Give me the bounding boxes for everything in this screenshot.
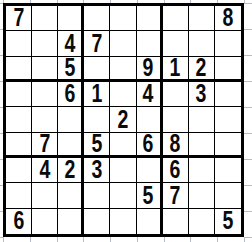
gridline-tick — [164, 0, 165, 3]
cell-r8c1[interactable] — [6, 183, 32, 208]
cell-digit: 4 — [39, 158, 50, 183]
cell-r1c8[interactable] — [189, 6, 215, 31]
cell-digit: 5 — [91, 133, 102, 157]
gridline-tick — [244, 185, 252, 186]
gridline-tick — [0, 185, 3, 186]
gridline-tick — [83, 237, 84, 242]
cell-r8c4[interactable] — [84, 183, 110, 208]
cell-digit: 9 — [143, 57, 154, 81]
cell-r2c8[interactable] — [189, 31, 215, 56]
cell-r9c1[interactable]: 6 — [6, 209, 32, 234]
cell-r3c7[interactable]: 1 — [163, 57, 189, 82]
cell-r6c2[interactable]: 7 — [32, 133, 58, 158]
gridline-tick — [0, 159, 3, 160]
cell-r4c5[interactable] — [110, 82, 136, 107]
cell-r7c3[interactable]: 2 — [58, 158, 84, 183]
cell-digit: 8 — [170, 133, 181, 157]
cell-digit: 1 — [91, 82, 102, 107]
cell-r7c9[interactable] — [215, 158, 241, 183]
cell-r3c9[interactable] — [215, 57, 241, 82]
gridline-tick — [0, 107, 3, 108]
cell-r6c7[interactable]: 8 — [163, 133, 189, 158]
gridline-tick — [244, 3, 252, 4]
cell-r1c7[interactable] — [163, 6, 189, 31]
cell-r4c1[interactable] — [6, 82, 32, 107]
gridline-tick — [83, 0, 84, 3]
cell-r5c8[interactable] — [189, 107, 215, 132]
cell-digit: 5 — [222, 209, 233, 234]
cell-r6c1[interactable] — [6, 133, 32, 158]
cell-digit: 2 — [118, 107, 129, 132]
cell-r9c2[interactable] — [32, 209, 58, 234]
gridline-tick — [217, 0, 218, 3]
gridline-tick — [0, 81, 3, 82]
cell-r5c3[interactable] — [58, 107, 84, 132]
gridline-tick — [0, 29, 3, 30]
cell-r3c4[interactable] — [84, 57, 110, 82]
cell-r3c1[interactable] — [6, 57, 32, 82]
gridline-tick — [0, 55, 3, 56]
gridline-tick — [244, 159, 252, 160]
gridline-tick — [30, 237, 31, 242]
cell-r6c3[interactable] — [58, 133, 84, 158]
cell-r6c5[interactable] — [110, 133, 136, 158]
cell-r8c2[interactable] — [32, 183, 58, 208]
gridline-tick — [244, 81, 252, 82]
gridline-tick — [244, 211, 252, 212]
cell-r7c6[interactable] — [137, 158, 163, 183]
gridline-tick — [0, 211, 3, 212]
gridline-tick — [244, 29, 252, 30]
gridline-tick — [57, 237, 58, 242]
cell-digit: 7 — [13, 6, 24, 31]
cell-r5c7[interactable] — [163, 107, 189, 132]
cell-digit: 4 — [143, 82, 154, 107]
gridline-tick — [244, 237, 252, 238]
cell-r8c6[interactable]: 5 — [137, 183, 163, 208]
gridline-tick — [57, 0, 58, 3]
cell-r2c5[interactable] — [110, 31, 136, 56]
sudoku-screenshot: 7847591261432756842365765 — [0, 0, 252, 242]
cell-r1c3[interactable] — [58, 6, 84, 31]
cell-r7c8[interactable] — [189, 158, 215, 183]
cell-r8c3[interactable] — [58, 183, 84, 208]
cell-r4c7[interactable] — [163, 82, 189, 107]
cell-r2c3[interactable]: 4 — [58, 31, 84, 56]
cell-digit: 8 — [222, 6, 233, 31]
cell-digit: 3 — [91, 158, 102, 183]
gridline-tick — [0, 237, 3, 238]
cell-r4c4[interactable]: 1 — [84, 82, 110, 107]
cell-digit: 6 — [64, 82, 75, 107]
cell-r7c4[interactable]: 3 — [84, 158, 110, 183]
cell-r3c2[interactable] — [32, 57, 58, 82]
gridline-tick — [110, 237, 111, 242]
gridline-tick — [244, 0, 245, 3]
cell-r8c9[interactable] — [215, 183, 241, 208]
cell-r9c6[interactable] — [137, 209, 163, 234]
cell-r9c4[interactable] — [84, 209, 110, 234]
gridline-tick — [217, 237, 218, 242]
cell-r1c9[interactable]: 8 — [215, 6, 241, 31]
gridline-tick — [244, 107, 252, 108]
cell-digit: 2 — [196, 57, 207, 81]
cell-r6c9[interactable] — [215, 133, 241, 158]
gridline-tick — [30, 0, 31, 3]
cell-r6c8[interactable] — [189, 133, 215, 158]
cell-r9c5[interactable] — [110, 209, 136, 234]
gridline-tick — [3, 237, 4, 242]
gridline-tick — [164, 237, 165, 242]
cell-digit: 6 — [143, 133, 154, 157]
cell-digit: 5 — [64, 57, 75, 81]
cell-r5c2[interactable] — [32, 107, 58, 132]
cell-r5c9[interactable] — [215, 107, 241, 132]
gridline-tick — [0, 3, 3, 4]
cell-r8c7[interactable]: 7 — [163, 183, 189, 208]
cell-r8c5[interactable] — [110, 183, 136, 208]
gridline-tick — [244, 55, 252, 56]
gridline-tick — [244, 133, 252, 134]
cell-r1c5[interactable] — [110, 6, 136, 31]
cell-r5c1[interactable] — [6, 107, 32, 132]
cell-r7c2[interactable]: 4 — [32, 158, 58, 183]
cell-r6c6[interactable]: 6 — [137, 133, 163, 158]
cell-r4c6[interactable]: 4 — [137, 82, 163, 107]
gridline-tick — [0, 133, 3, 134]
cell-r5c6[interactable] — [137, 107, 163, 132]
gridline-tick — [110, 0, 111, 3]
cell-r5c4[interactable] — [84, 107, 110, 132]
cell-r3c3[interactable]: 5 — [58, 57, 84, 82]
cell-r8c8[interactable] — [189, 183, 215, 208]
cell-r4c8[interactable]: 3 — [189, 82, 215, 107]
cell-r7c5[interactable] — [110, 158, 136, 183]
cell-digit: 6 — [170, 158, 181, 183]
cell-r2c2[interactable] — [32, 31, 58, 56]
cell-r1c1[interactable]: 7 — [6, 6, 32, 31]
cell-r1c4[interactable] — [84, 6, 110, 31]
gridline-tick — [3, 0, 4, 3]
cell-r9c8[interactable] — [189, 209, 215, 234]
cell-r4c3[interactable]: 6 — [58, 82, 84, 107]
cell-r2c1[interactable] — [6, 31, 32, 56]
gridline-tick — [190, 0, 191, 3]
cell-digit: 1 — [170, 57, 181, 81]
cell-digit: 7 — [91, 31, 102, 56]
cell-r7c7[interactable]: 6 — [163, 158, 189, 183]
cell-r9c7[interactable] — [163, 209, 189, 234]
cell-digit: 2 — [64, 158, 75, 183]
sudoku-board: 7847591261432756842365765 — [3, 3, 244, 237]
cell-digit: 3 — [196, 82, 207, 107]
gridline-tick — [137, 0, 138, 3]
cell-digit: 7 — [170, 183, 181, 208]
gridline-tick — [137, 237, 138, 242]
cell-digit: 6 — [13, 209, 24, 234]
cell-r5c5[interactable]: 2 — [110, 107, 136, 132]
cell-r6c4[interactable]: 5 — [84, 133, 110, 158]
cell-r9c3[interactable] — [58, 209, 84, 234]
cell-digit: 4 — [64, 31, 75, 56]
cell-r9c9[interactable]: 5 — [215, 209, 241, 234]
cell-r3c8[interactable]: 2 — [189, 57, 215, 82]
cell-r2c4[interactable]: 7 — [84, 31, 110, 56]
cell-r4c2[interactable] — [32, 82, 58, 107]
cell-r2c7[interactable] — [163, 31, 189, 56]
cell-r2c9[interactable] — [215, 31, 241, 56]
cell-r1c6[interactable] — [137, 6, 163, 31]
cell-digit: 7 — [39, 133, 50, 157]
cell-r7c1[interactable] — [6, 158, 32, 183]
cell-r1c2[interactable] — [32, 6, 58, 31]
cell-digit: 5 — [143, 183, 154, 208]
gridline-tick — [190, 237, 191, 242]
cell-r4c9[interactable] — [215, 82, 241, 107]
cell-r2c6[interactable] — [137, 31, 163, 56]
cell-r3c5[interactable] — [110, 57, 136, 82]
cell-r3c6[interactable]: 9 — [137, 57, 163, 82]
